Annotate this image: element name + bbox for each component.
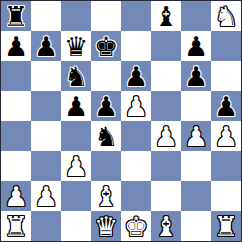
piece-white-king: ♚ [124, 213, 148, 240]
square-d4[interactable]: ♞ [91, 121, 121, 151]
square-d6[interactable] [91, 61, 121, 91]
square-g6[interactable]: ♟ [181, 61, 211, 91]
square-e6[interactable]: ♟ [121, 61, 151, 91]
square-b1[interactable] [31, 211, 61, 241]
square-g1[interactable] [181, 211, 211, 241]
square-c6[interactable]: ♞ [61, 61, 91, 91]
piece-black-bishop: ♝ [154, 3, 178, 30]
square-c3[interactable]: ♟ [61, 151, 91, 181]
square-d5[interactable]: ♟ [91, 91, 121, 121]
square-f1[interactable]: ♝ [151, 211, 181, 241]
square-d1[interactable]: ♛ [91, 211, 121, 241]
square-c8[interactable] [61, 1, 91, 31]
piece-black-pawn: ♟ [184, 33, 208, 60]
piece-white-queen: ♛ [94, 213, 118, 240]
square-a2[interactable]: ♟ [1, 181, 31, 211]
piece-black-pawn: ♟ [64, 93, 88, 120]
square-h5[interactable]: ♟ [211, 91, 241, 121]
square-b4[interactable] [31, 121, 61, 151]
square-c4[interactable] [61, 121, 91, 151]
square-b5[interactable] [31, 91, 61, 121]
square-c5[interactable]: ♟ [61, 91, 91, 121]
square-a6[interactable] [1, 61, 31, 91]
square-f8[interactable]: ♝ [151, 1, 181, 31]
square-b8[interactable] [31, 1, 61, 31]
piece-white-pawn: ♟ [184, 123, 208, 150]
piece-black-pawn: ♟ [4, 33, 28, 60]
square-h2[interactable] [211, 181, 241, 211]
square-e7[interactable] [121, 31, 151, 61]
piece-white-rook: ♜ [4, 213, 28, 240]
square-f5[interactable] [151, 91, 181, 121]
piece-white-bishop: ♝ [94, 183, 118, 210]
square-h1[interactable]: ♜ [211, 211, 241, 241]
chess-board: ♜♝♞♟♟♛♚♟♞♟♟♟♟♟♟♞♟♟♟♟♟♟♝♜♛♚♝♜ [0, 0, 242, 242]
square-b7[interactable]: ♟ [31, 31, 61, 61]
square-a5[interactable] [1, 91, 31, 121]
square-e4[interactable] [121, 121, 151, 151]
square-e1[interactable]: ♚ [121, 211, 151, 241]
square-c2[interactable] [61, 181, 91, 211]
square-g8[interactable] [181, 1, 211, 31]
square-b3[interactable] [31, 151, 61, 181]
square-e2[interactable] [121, 181, 151, 211]
piece-white-pawn: ♟ [4, 183, 28, 210]
square-d8[interactable] [91, 1, 121, 31]
square-c7[interactable]: ♛ [61, 31, 91, 61]
square-a3[interactable] [1, 151, 31, 181]
square-h7[interactable] [211, 31, 241, 61]
square-h4[interactable]: ♟ [211, 121, 241, 151]
square-a1[interactable]: ♜ [1, 211, 31, 241]
piece-white-knight: ♞ [214, 3, 238, 30]
square-f2[interactable] [151, 181, 181, 211]
square-g3[interactable] [181, 151, 211, 181]
square-b6[interactable] [31, 61, 61, 91]
square-g7[interactable]: ♟ [181, 31, 211, 61]
piece-white-pawn: ♟ [214, 123, 238, 150]
square-f4[interactable]: ♟ [151, 121, 181, 151]
piece-white-pawn: ♟ [64, 153, 88, 180]
piece-black-rook: ♜ [4, 3, 28, 30]
piece-white-pawn: ♟ [154, 123, 178, 150]
square-e3[interactable] [121, 151, 151, 181]
square-h8[interactable]: ♞ [211, 1, 241, 31]
square-g5[interactable] [181, 91, 211, 121]
square-a8[interactable]: ♜ [1, 1, 31, 31]
piece-black-pawn: ♟ [94, 93, 118, 120]
piece-black-queen: ♛ [64, 33, 88, 60]
square-d2[interactable]: ♝ [91, 181, 121, 211]
square-f7[interactable] [151, 31, 181, 61]
square-g4[interactable]: ♟ [181, 121, 211, 151]
square-f6[interactable] [151, 61, 181, 91]
square-e8[interactable] [121, 1, 151, 31]
piece-black-pawn: ♟ [34, 33, 58, 60]
piece-black-pawn: ♟ [184, 63, 208, 90]
square-h3[interactable] [211, 151, 241, 181]
piece-white-bishop: ♝ [154, 213, 178, 240]
piece-white-pawn: ♟ [124, 93, 148, 120]
piece-white-rook: ♜ [214, 213, 238, 240]
piece-black-pawn: ♟ [124, 63, 148, 90]
piece-black-knight: ♞ [94, 123, 118, 150]
piece-black-pawn: ♟ [214, 93, 238, 120]
piece-black-knight: ♞ [64, 63, 88, 90]
square-a4[interactable] [1, 121, 31, 151]
square-f3[interactable] [151, 151, 181, 181]
square-e5[interactable]: ♟ [121, 91, 151, 121]
square-d3[interactable] [91, 151, 121, 181]
square-b2[interactable]: ♟ [31, 181, 61, 211]
square-d7[interactable]: ♚ [91, 31, 121, 61]
piece-white-pawn: ♟ [34, 183, 58, 210]
piece-black-king: ♚ [94, 33, 118, 60]
square-c1[interactable] [61, 211, 91, 241]
square-a7[interactable]: ♟ [1, 31, 31, 61]
square-g2[interactable] [181, 181, 211, 211]
square-h6[interactable] [211, 61, 241, 91]
